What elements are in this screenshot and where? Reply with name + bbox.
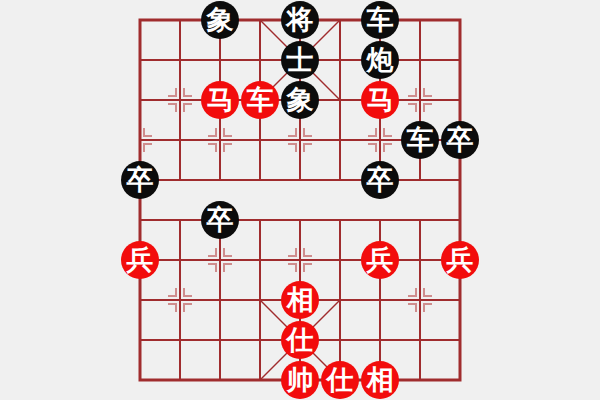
black-chariot[interactable]: 车 — [401, 121, 439, 159]
black-elephant[interactable]: 象 — [281, 81, 319, 119]
red-soldier[interactable]: 兵 — [441, 241, 479, 279]
red-advisor[interactable]: 仕 — [281, 321, 319, 359]
xiangqi-board: 象将车士炮马车象马车卒卒卒卒兵兵兵相仕帅仕相 — [120, 0, 480, 400]
red-horse[interactable]: 马 — [201, 81, 239, 119]
black-chariot[interactable]: 车 — [361, 1, 399, 39]
red-elephant[interactable]: 相 — [281, 281, 319, 319]
red-horse[interactable]: 马 — [361, 81, 399, 119]
red-soldier[interactable]: 兵 — [121, 241, 159, 279]
black-general[interactable]: 将 — [281, 1, 319, 39]
red-elephant[interactable]: 相 — [361, 361, 399, 399]
black-soldier[interactable]: 卒 — [121, 161, 159, 199]
black-soldier[interactable]: 卒 — [441, 121, 479, 159]
black-soldier[interactable]: 卒 — [201, 201, 239, 239]
black-elephant[interactable]: 象 — [201, 1, 239, 39]
black-advisor[interactable]: 士 — [281, 41, 319, 79]
red-general[interactable]: 帅 — [281, 361, 319, 399]
black-soldier[interactable]: 卒 — [361, 161, 399, 199]
xiangqi-app: 象将车士炮马车象马车卒卒卒卒兵兵兵相仕帅仕相 — [0, 0, 600, 400]
red-advisor[interactable]: 仕 — [321, 361, 359, 399]
red-chariot[interactable]: 车 — [241, 81, 279, 119]
red-soldier[interactable]: 兵 — [361, 241, 399, 279]
black-cannon[interactable]: 炮 — [361, 41, 399, 79]
